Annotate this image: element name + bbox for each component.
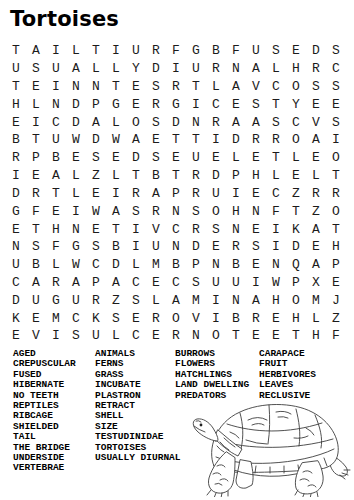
grid-cell-r14c12[interactable]: U — [226, 274, 246, 292]
grid-cell-r5c4[interactable]: D — [66, 113, 86, 131]
grid-cell-r8c11[interactable]: D — [206, 167, 226, 185]
grid-cell-r17c5[interactable]: U — [86, 327, 106, 345]
grid-cell-r7c9[interactable]: E — [166, 149, 186, 167]
grid-cell-r6c6[interactable]: W — [106, 131, 126, 149]
grid-cell-r15c12[interactable]: N — [226, 291, 246, 309]
grid-cell-r4c5[interactable]: P — [86, 95, 106, 113]
grid-cell-r6c1[interactable]: B — [6, 131, 26, 149]
grid-cell-r9c12[interactable]: I — [226, 185, 246, 203]
grid-cell-r6c7[interactable]: A — [126, 131, 146, 149]
grid-cell-r13c2[interactable]: B — [26, 256, 46, 274]
grid-cell-r2c5[interactable]: L — [86, 60, 106, 78]
grid-cell-r2c2[interactable]: S — [26, 60, 46, 78]
grid-cell-r1c13[interactable]: U — [246, 42, 266, 60]
grid-cell-r12c17[interactable]: H — [326, 238, 346, 256]
grid-cell-r14c5[interactable]: P — [86, 274, 106, 292]
grid-cell-r5c2[interactable]: I — [26, 113, 46, 131]
grid-cell-r17c8[interactable]: E — [146, 327, 166, 345]
grid-cell-r8c12[interactable]: P — [226, 167, 246, 185]
grid-cell-r3c2[interactable]: E — [26, 78, 46, 96]
grid-cell-r4c4[interactable]: D — [66, 95, 86, 113]
grid-cell-r15c3[interactable]: G — [46, 291, 66, 309]
grid-cell-r8c2[interactable]: E — [26, 167, 46, 185]
grid-cell-r5c6[interactable]: L — [106, 113, 126, 131]
word-item: USUALLY DIURNAL — [95, 453, 181, 463]
grid-cell-r17c2[interactable]: V — [26, 327, 46, 345]
grid-cell-r11c17[interactable]: T — [326, 220, 346, 238]
grid-cell-r7c8[interactable]: S — [146, 149, 166, 167]
grid-cell-r2c3[interactable]: U — [46, 60, 66, 78]
grid-cell-r10c17[interactable]: O — [326, 202, 346, 220]
grid-cell-r17c9[interactable]: R — [166, 327, 186, 345]
grid-cell-r6c3[interactable]: U — [46, 131, 66, 149]
grid-cell-r6c8[interactable]: E — [146, 131, 166, 149]
grid-cell-r1c17[interactable]: S — [326, 42, 346, 60]
grid-cell-r11c7[interactable]: I — [126, 220, 146, 238]
grid-cell-r12c10[interactable]: D — [186, 238, 206, 256]
grid-cell-r11c1[interactable]: E — [6, 220, 26, 238]
word-list-column-2: ANIMALSFERNSGRASSINCUBATEPLASTRONRETRACT… — [95, 349, 181, 463]
grid-cell-r1c6[interactable]: I — [106, 42, 126, 60]
grid-cell-r7c13[interactable]: E — [246, 149, 266, 167]
grid-cell-r9c17[interactable]: R — [326, 185, 346, 203]
grid-cell-r2c6[interactable]: L — [106, 60, 126, 78]
grid-cell-r4c11[interactable]: C — [206, 95, 226, 113]
grid-cell-r4c3[interactable]: N — [46, 95, 66, 113]
grid-cell-r15c11[interactable]: I — [206, 291, 226, 309]
grid-cell-r10c13[interactable]: N — [246, 202, 266, 220]
grid-cell-r13c17[interactable]: P — [326, 256, 346, 274]
grid-cell-r3c5[interactable]: N — [86, 78, 106, 96]
grid-cell-r8c10[interactable]: R — [186, 167, 206, 185]
grid-cell-r8c17[interactable]: T — [326, 167, 346, 185]
grid-cell-r6c10[interactable]: T — [186, 131, 206, 149]
grid-cell-r16c7[interactable]: E — [126, 309, 146, 327]
grid-cell-r5c16[interactable]: V — [306, 113, 326, 131]
grid-cell-r9c14[interactable]: C — [266, 185, 286, 203]
grid-cell-r12c14[interactable]: I — [266, 238, 286, 256]
grid-cell-r12c15[interactable]: D — [286, 238, 306, 256]
grid-cell-r17c10[interactable]: N — [186, 327, 206, 345]
grid-cell-r2c7[interactable]: Y — [126, 60, 146, 78]
grid-cell-r10c5[interactable]: W — [86, 202, 106, 220]
grid-cell-r9c4[interactable]: L — [66, 185, 86, 203]
grid-cell-r6c5[interactable]: D — [86, 131, 106, 149]
grid-cell-r9c9[interactable]: P — [166, 185, 186, 203]
word-list-column-4: CARAPACEFRUITHERBIVORESLEAVESRECLUSIVE — [259, 349, 316, 401]
grid-cell-r1c14[interactable]: S — [266, 42, 286, 60]
grid-cell-r7c16[interactable]: E — [306, 149, 326, 167]
grid-cell-r11c5[interactable]: E — [86, 220, 106, 238]
grid-cell-r10c6[interactable]: A — [106, 202, 126, 220]
grid-cell-r16c10[interactable]: V — [186, 309, 206, 327]
grid-cell-r17c14[interactable]: E — [266, 327, 286, 345]
grid-cell-r7c12[interactable]: L — [226, 149, 246, 167]
grid-cell-r2c1[interactable]: U — [6, 60, 26, 78]
grid-cell-r10c2[interactable]: F — [26, 202, 46, 220]
grid-cell-r5c10[interactable]: N — [186, 113, 206, 131]
grid-cell-r4c8[interactable]: R — [146, 95, 166, 113]
grid-cell-r15c6[interactable]: Z — [106, 291, 126, 309]
grid-cell-r9c8[interactable]: A — [146, 185, 166, 203]
grid-cell-r11c14[interactable]: I — [266, 220, 286, 238]
grid-cell-r3c12[interactable]: A — [226, 78, 246, 96]
grid-cell-r16c4[interactable]: C — [66, 309, 86, 327]
grid-cell-r13c1[interactable]: U — [6, 256, 26, 274]
grid-cell-r9c13[interactable]: E — [246, 185, 266, 203]
grid-cell-r5c12[interactable]: A — [226, 113, 246, 131]
grid-cell-r17c17[interactable]: F — [326, 327, 346, 345]
grid-cell-r3c4[interactable]: N — [66, 78, 86, 96]
grid-cell-r13c13[interactable]: E — [246, 256, 266, 274]
grid-cell-r14c11[interactable]: U — [206, 274, 226, 292]
grid-cell-r17c11[interactable]: O — [206, 327, 226, 345]
grid-cell-r16c8[interactable]: R — [146, 309, 166, 327]
grid-cell-r17c7[interactable]: C — [126, 327, 146, 345]
grid-cell-r4c15[interactable]: Y — [286, 95, 306, 113]
grid-cell-r7c5[interactable]: S — [86, 149, 106, 167]
grid-cell-r14c14[interactable]: W — [266, 274, 286, 292]
grid-cell-r16c11[interactable]: I — [206, 309, 226, 327]
grid-cell-r7c6[interactable]: E — [106, 149, 126, 167]
grid-cell-r14c2[interactable]: A — [26, 274, 46, 292]
grid-cell-r1c12[interactable]: F — [226, 42, 246, 60]
grid-cell-r14c8[interactable]: E — [146, 274, 166, 292]
grid-cell-r3c3[interactable]: I — [46, 78, 66, 96]
grid-cell-r8c1[interactable]: I — [6, 167, 26, 185]
grid-cell-r7c1[interactable]: R — [6, 149, 26, 167]
grid-cell-r11c4[interactable]: N — [66, 220, 86, 238]
grid-cell-r16c1[interactable]: K — [6, 309, 26, 327]
grid-cell-r13c7[interactable]: L — [126, 256, 146, 274]
grid-cell-r10c10[interactable]: S — [186, 202, 206, 220]
grid-cell-r3c17[interactable]: S — [326, 78, 346, 96]
grid-cell-r12c6[interactable]: B — [106, 238, 126, 256]
grid-cell-r17c16[interactable]: H — [306, 327, 326, 345]
grid-cell-r17c12[interactable]: T — [226, 327, 246, 345]
grid-cell-r6c9[interactable]: T — [166, 131, 186, 149]
grid-cell-r13c11[interactable]: N — [206, 256, 226, 274]
grid-cell-r10c9[interactable]: N — [166, 202, 186, 220]
grid-cell-r17c1[interactable]: E — [6, 327, 26, 345]
grid-cell-r6c17[interactable]: I — [326, 131, 346, 149]
grid-cell-r12c2[interactable]: S — [26, 238, 46, 256]
grid-cell-r14c16[interactable]: X — [306, 274, 326, 292]
word-search-worksheet: Tortoises TAILTIURFGBFUSEDSUSUALLYDIURNA… — [0, 0, 354, 500]
grid-cell-r11c13[interactable]: E — [246, 220, 266, 238]
grid-cell-r2c14[interactable]: L — [266, 60, 286, 78]
grid-cell-r1c8[interactable]: R — [146, 42, 166, 60]
grid-cell-r13c4[interactable]: W — [66, 256, 86, 274]
grid-cell-r12c11[interactable]: E — [206, 238, 226, 256]
grid-cell-r10c11[interactable]: O — [206, 202, 226, 220]
grid-cell-r5c5[interactable]: A — [86, 113, 106, 131]
word-item: PREDATORS — [175, 391, 249, 401]
grid-cell-r7c11[interactable]: E — [206, 149, 226, 167]
grid-cell-r12c5[interactable]: S — [86, 238, 106, 256]
grid-cell-r1c9[interactable]: F — [166, 42, 186, 60]
grid-cell-r10c4[interactable]: I — [66, 202, 86, 220]
grid-cell-r5c7[interactable]: O — [126, 113, 146, 131]
grid-cell-r9c2[interactable]: R — [26, 185, 46, 203]
grid-cell-r8c14[interactable]: L — [266, 167, 286, 185]
page-title: Tortoises — [10, 7, 119, 31]
grid-cell-r1c15[interactable]: E — [286, 42, 306, 60]
grid-cell-r13c12[interactable]: B — [226, 256, 246, 274]
grid-cell-r13c10[interactable]: P — [186, 256, 206, 274]
grid-cell-r1c16[interactable]: D — [306, 42, 326, 60]
grid-cell-r9c1[interactable]: D — [6, 185, 26, 203]
grid-cell-r12c7[interactable]: I — [126, 238, 146, 256]
grid-cell-r11c11[interactable]: S — [206, 220, 226, 238]
grid-cell-r1c11[interactable]: B — [206, 42, 226, 60]
grid-cell-r1c3[interactable]: I — [46, 42, 66, 60]
grid-cell-r11c16[interactable]: A — [306, 220, 326, 238]
grid-cell-r3c9[interactable]: R — [166, 78, 186, 96]
grid-cell-r11c3[interactable]: H — [46, 220, 66, 238]
grid-cell-r1c7[interactable]: U — [126, 42, 146, 60]
grid-cell-r10c1[interactable]: G — [6, 202, 26, 220]
grid-cell-r7c7[interactable]: D — [126, 149, 146, 167]
grid-cell-r15c9[interactable]: A — [166, 291, 186, 309]
grid-cell-r13c16[interactable]: A — [306, 256, 326, 274]
grid-cell-r13c6[interactable]: D — [106, 256, 126, 274]
grid-cell-r17c13[interactable]: E — [246, 327, 266, 345]
grid-cell-r2c11[interactable]: R — [206, 60, 226, 78]
grid-cell-r17c3[interactable]: I — [46, 327, 66, 345]
grid-cell-r15c8[interactable]: L — [146, 291, 166, 309]
grid-cell-r7c14[interactable]: T — [266, 149, 286, 167]
grid-cell-r17c15[interactable]: T — [286, 327, 306, 345]
grid-cell-r8c3[interactable]: A — [46, 167, 66, 185]
grid-cell-r16c9[interactable]: O — [166, 309, 186, 327]
grid-cell-r5c17[interactable]: S — [326, 113, 346, 131]
grid-cell-r4c6[interactable]: G — [106, 95, 126, 113]
grid-cell-r6c2[interactable]: T — [26, 131, 46, 149]
grid-cell-r9c6[interactable]: I — [106, 185, 126, 203]
grid-cell-r14c6[interactable]: A — [106, 274, 126, 292]
grid-cell-r12c13[interactable]: S — [246, 238, 266, 256]
grid-cell-r15c17[interactable]: J — [326, 291, 346, 309]
grid-cell-r8c9[interactable]: T — [166, 167, 186, 185]
grid-cell-r7c17[interactable]: O — [326, 149, 346, 167]
grid-cell-r16c6[interactable]: S — [106, 309, 126, 327]
grid-cell-r7c3[interactable]: B — [46, 149, 66, 167]
grid-cell-r5c3[interactable]: C — [46, 113, 66, 131]
grid-cell-r16c16[interactable]: L — [306, 309, 326, 327]
grid-cell-r15c5[interactable]: R — [86, 291, 106, 309]
grid-cell-r12c9[interactable]: N — [166, 238, 186, 256]
grid-cell-r15c1[interactable]: D — [6, 291, 26, 309]
grid-cell-r14c17[interactable]: E — [326, 274, 346, 292]
grid-cell-r2c15[interactable]: H — [286, 60, 306, 78]
grid-cell-r14c7[interactable]: C — [126, 274, 146, 292]
grid-cell-r5c15[interactable]: C — [286, 113, 306, 131]
grid-cell-r16c15[interactable]: H — [286, 309, 306, 327]
grid-cell-r8c4[interactable]: L — [66, 167, 86, 185]
grid-cell-r16c3[interactable]: M — [46, 309, 66, 327]
grid-cell-r9c15[interactable]: Z — [286, 185, 306, 203]
grid-cell-r10c7[interactable]: S — [126, 202, 146, 220]
grid-cell-r11c2[interactable]: T — [26, 220, 46, 238]
grid-cell-r5c8[interactable]: S — [146, 113, 166, 131]
grid-cell-r15c10[interactable]: M — [186, 291, 206, 309]
grid-cell-r8c13[interactable]: H — [246, 167, 266, 185]
grid-cell-r5c14[interactable]: S — [266, 113, 286, 131]
grid-cell-r1c10[interactable]: G — [186, 42, 206, 60]
grid-cell-r14c1[interactable]: C — [6, 274, 26, 292]
grid-cell-r9c10[interactable]: R — [186, 185, 206, 203]
grid-cell-r7c15[interactable]: L — [286, 149, 306, 167]
grid-cell-r14c3[interactable]: R — [46, 274, 66, 292]
grid-cell-r6c15[interactable]: O — [286, 131, 306, 149]
grid-cell-r11c12[interactable]: N — [226, 220, 246, 238]
grid-cell-r13c8[interactable]: M — [146, 256, 166, 274]
grid-cell-r15c7[interactable]: S — [126, 291, 146, 309]
grid-cell-r2c12[interactable]: N — [226, 60, 246, 78]
grid-cell-r2c9[interactable]: I — [166, 60, 186, 78]
grid-cell-r8c8[interactable]: B — [146, 167, 166, 185]
tortoise-illustration — [184, 402, 354, 497]
grid-cell-r11c8[interactable]: V — [146, 220, 166, 238]
grid-cell-r4c1[interactable]: H — [6, 95, 26, 113]
grid-cell-r3c11[interactable]: L — [206, 78, 226, 96]
grid-cell-r14c9[interactable]: C — [166, 274, 186, 292]
grid-cell-r3c1[interactable]: T — [6, 78, 26, 96]
grid-cell-r12c8[interactable]: U — [146, 238, 166, 256]
grid-cell-r16c13[interactable]: R — [246, 309, 266, 327]
grid-cell-r8c7[interactable]: T — [126, 167, 146, 185]
word-list-column-3: BURROWSFLOWERSHATCHLINGSLAND DWELLINGPRE… — [175, 349, 249, 401]
grid-cell-r4c2[interactable]: L — [26, 95, 46, 113]
grid-cell-r7c4[interactable]: E — [66, 149, 86, 167]
grid-cell-r2c17[interactable]: C — [326, 60, 346, 78]
grid-cell-r6c4[interactable]: W — [66, 131, 86, 149]
grid-cell-r4c7[interactable]: E — [126, 95, 146, 113]
grid-cell-r17c4[interactable]: S — [66, 327, 86, 345]
grid-cell-r9c5[interactable]: E — [86, 185, 106, 203]
grid-cell-r1c2[interactable]: A — [26, 42, 46, 60]
grid-cell-r3c14[interactable]: C — [266, 78, 286, 96]
grid-cell-r4c13[interactable]: S — [246, 95, 266, 113]
grid-cell-r16c2[interactable]: E — [26, 309, 46, 327]
grid-cell-r15c13[interactable]: A — [246, 291, 266, 309]
grid-cell-r1c4[interactable]: L — [66, 42, 86, 60]
grid-cell-r15c16[interactable]: M — [306, 291, 326, 309]
grid-cell-r13c9[interactable]: B — [166, 256, 186, 274]
grid-cell-r7c10[interactable]: U — [186, 149, 206, 167]
grid-cell-r5c1[interactable]: E — [6, 113, 26, 131]
grid-cell-r10c3[interactable]: E — [46, 202, 66, 220]
grid-cell-r16c14[interactable]: E — [266, 309, 286, 327]
grid-cell-r3c8[interactable]: S — [146, 78, 166, 96]
grid-cell-r1c5[interactable]: T — [86, 42, 106, 60]
grid-cell-r15c4[interactable]: U — [66, 291, 86, 309]
grid-cell-r8c16[interactable]: L — [306, 167, 326, 185]
grid-cell-r7c2[interactable]: P — [26, 149, 46, 167]
grid-cell-r14c15[interactable]: P — [286, 274, 306, 292]
grid-cell-r8c6[interactable]: L — [106, 167, 126, 185]
grid-cell-r16c5[interactable]: K — [86, 309, 106, 327]
grid-cell-r12c4[interactable]: G — [66, 238, 86, 256]
word-search-grid[interactable]: TAILTIURFGBFUSEDSUSUALLYDIURNALHRCTEINNT… — [6, 42, 346, 345]
grid-cell-r11c9[interactable]: C — [166, 220, 186, 238]
grid-cell-r15c14[interactable]: H — [266, 291, 286, 309]
grid-cell-r4c16[interactable]: E — [306, 95, 326, 113]
grid-cell-r15c15[interactable]: O — [286, 291, 306, 309]
grid-cell-r3c13[interactable]: V — [246, 78, 266, 96]
grid-cell-r16c12[interactable]: B — [226, 309, 246, 327]
grid-cell-r3c10[interactable]: T — [186, 78, 206, 96]
grid-cell-r2c8[interactable]: D — [146, 60, 166, 78]
grid-cell-r13c15[interactable]: Q — [286, 256, 306, 274]
grid-cell-r5c9[interactable]: D — [166, 113, 186, 131]
grid-cell-r14c4[interactable]: A — [66, 274, 86, 292]
grid-cell-r11c6[interactable]: T — [106, 220, 126, 238]
grid-cell-r14c13[interactable]: I — [246, 274, 266, 292]
grid-cell-r12c3[interactable]: F — [46, 238, 66, 256]
grid-cell-r14c10[interactable]: S — [186, 274, 206, 292]
grid-cell-r5c13[interactable]: A — [246, 113, 266, 131]
grid-cell-r9c3[interactable]: T — [46, 185, 66, 203]
grid-cell-r10c14[interactable]: F — [266, 202, 286, 220]
grid-cell-r16c17[interactable]: Z — [326, 309, 346, 327]
grid-cell-r13c5[interactable]: C — [86, 256, 106, 274]
grid-cell-r9c16[interactable]: R — [306, 185, 326, 203]
grid-cell-r9c11[interactable]: U — [206, 185, 226, 203]
grid-cell-r10c8[interactable]: R — [146, 202, 166, 220]
grid-cell-r6c14[interactable]: R — [266, 131, 286, 149]
grid-cell-r4c17[interactable]: E — [326, 95, 346, 113]
grid-cell-r11c15[interactable]: K — [286, 220, 306, 238]
grid-cell-r17c6[interactable]: L — [106, 327, 126, 345]
tortoise-head — [193, 419, 218, 441]
grid-cell-r6c11[interactable]: I — [206, 131, 226, 149]
grid-cell-r11c10[interactable]: R — [186, 220, 206, 238]
grid-cell-r10c12[interactable]: H — [226, 202, 246, 220]
grid-cell-r4c14[interactable]: T — [266, 95, 286, 113]
grid-cell-r10c15[interactable]: T — [286, 202, 306, 220]
grid-cell-r5c11[interactable]: R — [206, 113, 226, 131]
grid-cell-r4c12[interactable]: E — [226, 95, 246, 113]
grid-cell-r3c6[interactable]: T — [106, 78, 126, 96]
grid-cell-r8c5[interactable]: Z — [86, 167, 106, 185]
grid-cell-r2c16[interactable]: R — [306, 60, 326, 78]
grid-cell-r3c15[interactable]: O — [286, 78, 306, 96]
grid-cell-r6c12[interactable]: D — [226, 131, 246, 149]
grid-cell-r15c2[interactable]: U — [26, 291, 46, 309]
grid-cell-r8c15[interactable]: E — [286, 167, 306, 185]
grid-cell-r3c16[interactable]: S — [306, 78, 326, 96]
grid-cell-r6c16[interactable]: A — [306, 131, 326, 149]
grid-cell-r2c4[interactable]: A — [66, 60, 86, 78]
grid-cell-r2c13[interactable]: A — [246, 60, 266, 78]
grid-cell-r12c1[interactable]: N — [6, 238, 26, 256]
grid-cell-r10c16[interactable]: Z — [306, 202, 326, 220]
grid-cell-r6c13[interactable]: R — [246, 131, 266, 149]
grid-cell-r2c10[interactable]: U — [186, 60, 206, 78]
grid-cell-r13c14[interactable]: N — [266, 256, 286, 274]
grid-cell-r9c7[interactable]: R — [126, 185, 146, 203]
grid-cell-r3c7[interactable]: E — [126, 78, 146, 96]
grid-cell-r12c12[interactable]: R — [226, 238, 246, 256]
grid-cell-r4c10[interactable]: I — [186, 95, 206, 113]
grid-cell-r4c9[interactable]: G — [166, 95, 186, 113]
grid-cell-r12c16[interactable]: E — [306, 238, 326, 256]
grid-cell-r1c1[interactable]: T — [6, 42, 26, 60]
grid-cell-r13c3[interactable]: L — [46, 256, 66, 274]
tortoise-eye — [200, 424, 203, 427]
